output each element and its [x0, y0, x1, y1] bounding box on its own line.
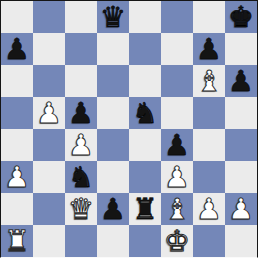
square-b8[interactable] — [33, 1, 65, 33]
white-bishop-icon[interactable]: ♝ — [196, 65, 222, 97]
white-pawn-icon[interactable]: ♟ — [228, 193, 254, 225]
square-b5[interactable]: ♟ — [33, 97, 65, 129]
square-h7[interactable] — [225, 33, 257, 65]
square-e6[interactable] — [129, 65, 161, 97]
square-d5[interactable] — [97, 97, 129, 129]
square-h8[interactable]: ♚ — [225, 1, 257, 33]
square-d4[interactable] — [97, 129, 129, 161]
square-d3[interactable] — [97, 161, 129, 193]
square-a4[interactable] — [1, 129, 33, 161]
square-c8[interactable] — [65, 1, 97, 33]
black-queen-icon[interactable]: ♛ — [100, 1, 126, 33]
square-a3[interactable]: ♟ — [1, 161, 33, 193]
square-e5[interactable]: ♞ — [129, 97, 161, 129]
white-bishop-icon[interactable]: ♝ — [164, 193, 190, 225]
square-g3[interactable] — [193, 161, 225, 193]
white-pawn-icon[interactable]: ♟ — [4, 161, 30, 193]
square-h3[interactable] — [225, 161, 257, 193]
square-b6[interactable] — [33, 65, 65, 97]
square-h5[interactable] — [225, 97, 257, 129]
square-f1[interactable]: ♚ — [161, 225, 193, 257]
square-g5[interactable] — [193, 97, 225, 129]
square-c4[interactable]: ♟ — [65, 129, 97, 161]
square-a8[interactable] — [1, 1, 33, 33]
square-c7[interactable] — [65, 33, 97, 65]
square-g2[interactable]: ♟ — [193, 193, 225, 225]
square-c3[interactable]: ♞ — [65, 161, 97, 193]
square-b2[interactable] — [33, 193, 65, 225]
square-e1[interactable] — [129, 225, 161, 257]
square-e2[interactable]: ♜ — [129, 193, 161, 225]
square-g6[interactable]: ♝ — [193, 65, 225, 97]
square-c6[interactable] — [65, 65, 97, 97]
white-rook-icon[interactable]: ♜ — [4, 225, 30, 257]
square-b4[interactable] — [33, 129, 65, 161]
white-pawn-icon[interactable]: ♟ — [196, 193, 222, 225]
black-pawn-icon[interactable]: ♟ — [164, 129, 190, 161]
square-b7[interactable] — [33, 33, 65, 65]
square-h1[interactable] — [225, 225, 257, 257]
black-knight-icon[interactable]: ♞ — [68, 161, 94, 193]
chess-board: ♛♚♟♟♝♟♟♟♞♟♟♟♞♟♛♟♜♝♟♟♜♚ — [0, 0, 258, 258]
square-g1[interactable] — [193, 225, 225, 257]
black-pawn-icon[interactable]: ♟ — [100, 193, 126, 225]
square-a7[interactable]: ♟ — [1, 33, 33, 65]
white-pawn-icon[interactable]: ♟ — [164, 161, 190, 193]
square-e8[interactable] — [129, 1, 161, 33]
square-a2[interactable] — [1, 193, 33, 225]
black-pawn-icon[interactable]: ♟ — [196, 33, 222, 65]
square-a5[interactable] — [1, 97, 33, 129]
square-c1[interactable] — [65, 225, 97, 257]
square-e4[interactable] — [129, 129, 161, 161]
square-d8[interactable]: ♛ — [97, 1, 129, 33]
square-a6[interactable] — [1, 65, 33, 97]
square-f7[interactable] — [161, 33, 193, 65]
square-f4[interactable]: ♟ — [161, 129, 193, 161]
square-g4[interactable] — [193, 129, 225, 161]
black-pawn-icon[interactable]: ♟ — [4, 33, 30, 65]
square-f5[interactable] — [161, 97, 193, 129]
black-pawn-icon[interactable]: ♟ — [68, 97, 94, 129]
white-queen-icon[interactable]: ♛ — [68, 193, 94, 225]
square-e7[interactable] — [129, 33, 161, 65]
white-pawn-icon[interactable]: ♟ — [68, 129, 94, 161]
black-rook-icon[interactable]: ♜ — [132, 193, 158, 225]
black-knight-icon[interactable]: ♞ — [132, 97, 158, 129]
white-pawn-icon[interactable]: ♟ — [36, 97, 62, 129]
white-king-icon[interactable]: ♚ — [164, 225, 190, 257]
square-g7[interactable]: ♟ — [193, 33, 225, 65]
square-d2[interactable]: ♟ — [97, 193, 129, 225]
square-d6[interactable] — [97, 65, 129, 97]
square-c2[interactable]: ♛ — [65, 193, 97, 225]
square-f8[interactable] — [161, 1, 193, 33]
square-f6[interactable] — [161, 65, 193, 97]
square-a1[interactable]: ♜ — [1, 225, 33, 257]
square-e3[interactable] — [129, 161, 161, 193]
square-d1[interactable] — [97, 225, 129, 257]
square-b3[interactable] — [33, 161, 65, 193]
square-b1[interactable] — [33, 225, 65, 257]
square-f3[interactable]: ♟ — [161, 161, 193, 193]
square-h4[interactable] — [225, 129, 257, 161]
square-f2[interactable]: ♝ — [161, 193, 193, 225]
black-pawn-icon[interactable]: ♟ — [228, 65, 254, 97]
square-g8[interactable] — [193, 1, 225, 33]
square-c5[interactable]: ♟ — [65, 97, 97, 129]
square-h2[interactable]: ♟ — [225, 193, 257, 225]
square-d7[interactable] — [97, 33, 129, 65]
square-h6[interactable]: ♟ — [225, 65, 257, 97]
black-king-icon[interactable]: ♚ — [228, 1, 254, 33]
